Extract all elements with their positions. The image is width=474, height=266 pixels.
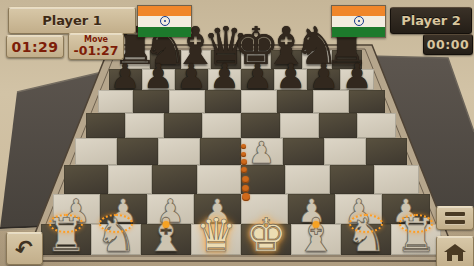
- square-c7[interactable]: ♟: [175, 69, 208, 90]
- flag-saffron-stripe: [138, 6, 191, 16]
- game-scene: ♜♞♝♛♚♝♞♜♟♟♟♟♟♟♟♟♟♟♟♟♟♟♟♟♜♞♝♛♚♝♞♜ Player …: [0, 0, 474, 266]
- undo-button[interactable]: ↶: [6, 232, 43, 265]
- movable-highlight-dot: [163, 221, 170, 228]
- india-flag: [137, 5, 192, 38]
- square-e7[interactable]: ♟: [241, 69, 274, 90]
- flag-green-stripe: [332, 27, 385, 37]
- flag-green-stripe: [138, 27, 191, 37]
- player1-clock: 01:29: [11, 39, 58, 55]
- square-f1[interactable]: ♝: [291, 224, 341, 255]
- movable-highlight-ring: [49, 214, 83, 233]
- square-h1[interactable]: ♜: [391, 224, 441, 255]
- movable-highlight-ring: [99, 214, 133, 233]
- player2-clock: 00:00: [427, 37, 469, 52]
- player2-name: Player 2: [401, 13, 461, 28]
- square-e4[interactable]: ♟: [241, 138, 283, 165]
- movable-highlight-ring: [399, 214, 433, 233]
- piece-black-p-e7[interactable]: ♟: [242, 59, 272, 93]
- square-a5[interactable]: [86, 113, 125, 138]
- square-f4[interactable]: [283, 138, 325, 165]
- square-e1[interactable]: ♚: [241, 224, 291, 255]
- piece-black-p-g7[interactable]: ♟: [309, 59, 339, 93]
- square-c1[interactable]: ♝: [141, 224, 191, 255]
- square-a6[interactable]: [98, 90, 134, 113]
- player2-clock-panel: 00:00: [423, 34, 473, 55]
- square-b1[interactable]: ♞: [91, 224, 141, 255]
- hamburger-menu-icon: [445, 212, 465, 216]
- piece-black-p-b7[interactable]: ♟: [143, 59, 173, 93]
- player2-name-panel: Player 2: [390, 7, 472, 34]
- player1-name: Player 1: [42, 13, 102, 28]
- india-flag: [331, 5, 386, 38]
- square-b5[interactable]: [125, 113, 164, 138]
- player1-clock-panel: 01:29: [6, 35, 64, 58]
- square-f5[interactable]: [280, 113, 319, 138]
- piece-black-p-a7[interactable]: ♟: [110, 59, 140, 93]
- movable-highlight-dot: [313, 221, 320, 228]
- square-e6[interactable]: [241, 90, 277, 113]
- square-b6[interactable]: [133, 90, 169, 113]
- square-d7[interactable]: ♟: [208, 69, 241, 90]
- square-b4[interactable]: [117, 138, 159, 165]
- piece-white-k-e1[interactable]: ♚: [245, 212, 286, 258]
- square-d1[interactable]: ♛: [191, 224, 241, 255]
- square-h4[interactable]: [366, 138, 408, 165]
- square-g4[interactable]: [324, 138, 366, 165]
- piece-white-b-c1[interactable]: ♝: [145, 212, 186, 258]
- square-f7[interactable]: ♟: [274, 69, 307, 90]
- square-a1[interactable]: ♜: [41, 224, 91, 255]
- ashoka-chakra-icon: [160, 16, 170, 26]
- square-c5[interactable]: [164, 113, 203, 138]
- piece-black-p-f7[interactable]: ♟: [275, 59, 305, 93]
- square-d3[interactable]: [197, 165, 241, 194]
- square-h6[interactable]: [349, 90, 385, 113]
- square-g3[interactable]: [330, 165, 374, 194]
- ashoka-chakra-icon: [354, 16, 364, 26]
- square-f3[interactable]: [285, 165, 329, 194]
- square-g6[interactable]: [313, 90, 349, 113]
- home-icon: [444, 244, 466, 261]
- move-timer-value: -01:27: [74, 44, 119, 57]
- square-g5[interactable]: [319, 113, 358, 138]
- piece-black-p-h7[interactable]: ♟: [342, 59, 372, 93]
- flag-white-stripe: [138, 16, 191, 26]
- flag-white-stripe: [332, 16, 385, 26]
- move-timer-panel: Move -01:27: [68, 33, 124, 60]
- square-c3[interactable]: [152, 165, 196, 194]
- square-h5[interactable]: [357, 113, 396, 138]
- square-g1[interactable]: ♞: [341, 224, 391, 255]
- home-button[interactable]: [436, 236, 474, 266]
- player1-name-panel: Player 1: [8, 7, 136, 34]
- menu-button[interactable]: [436, 206, 474, 230]
- square-a4[interactable]: [75, 138, 117, 165]
- square-d4[interactable]: [200, 138, 242, 165]
- square-d6[interactable]: [205, 90, 241, 113]
- square-c6[interactable]: [169, 90, 205, 113]
- piece-white-q-d1[interactable]: ♛: [195, 212, 236, 258]
- square-b7[interactable]: ♟: [142, 69, 175, 90]
- movable-highlight-ring: [349, 214, 383, 233]
- square-f6[interactable]: [277, 90, 313, 113]
- square-d5[interactable]: [202, 113, 241, 138]
- square-h7[interactable]: ♟: [340, 69, 373, 90]
- piece-black-p-d7[interactable]: ♟: [209, 59, 239, 93]
- square-a3[interactable]: [64, 165, 108, 194]
- square-c4[interactable]: [158, 138, 200, 165]
- square-b3[interactable]: [108, 165, 152, 194]
- square-a7[interactable]: ♟: [109, 69, 142, 90]
- flag-saffron-stripe: [332, 6, 385, 16]
- piece-white-b-f1[interactable]: ♝: [295, 212, 336, 258]
- undo-arrow-icon: ↶: [13, 235, 37, 261]
- square-g7[interactable]: ♟: [307, 69, 340, 90]
- square-h3[interactable]: [374, 165, 418, 194]
- square-e3[interactable]: [241, 165, 285, 194]
- piece-black-p-c7[interactable]: ♟: [176, 59, 206, 93]
- piece-white-p-e4[interactable]: ♟: [248, 138, 275, 168]
